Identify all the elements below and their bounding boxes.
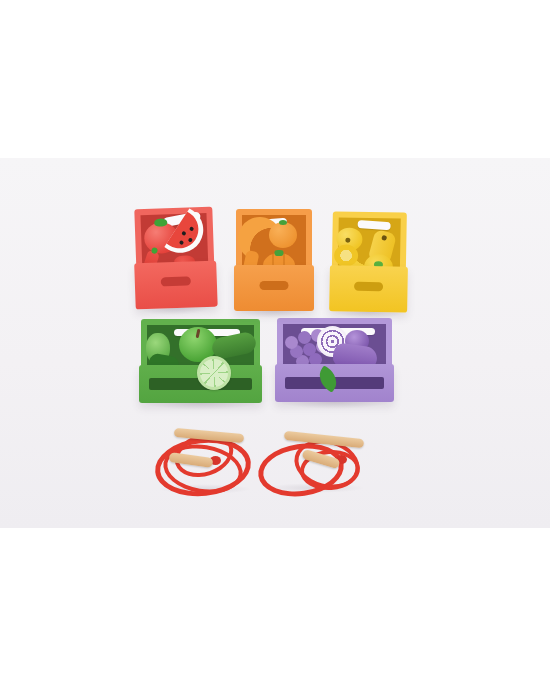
lime-half	[197, 356, 231, 390]
grape-bunch	[285, 336, 298, 349]
orange-fruit	[269, 222, 297, 248]
skipping-rope-left	[152, 427, 258, 489]
crate-red	[134, 207, 215, 310]
crate-red-front-handle-slot	[161, 276, 191, 286]
crate-orange	[236, 209, 312, 311]
crate-green	[141, 319, 260, 403]
crate-yellow-handle-cutout	[357, 220, 390, 230]
crate-orange-front-handle-slot	[260, 281, 289, 290]
product-photo	[0, 0, 550, 688]
crate-yellow-front-handle-slot	[354, 282, 383, 292]
skipping-rope-right	[258, 430, 372, 488]
crate-yellow-front	[329, 265, 408, 312]
crate-purple-front	[275, 364, 394, 402]
crate-red-front	[134, 261, 218, 310]
crate-yellow	[331, 211, 407, 312]
crate-purple	[277, 318, 392, 402]
crate-orange-front	[234, 265, 314, 311]
